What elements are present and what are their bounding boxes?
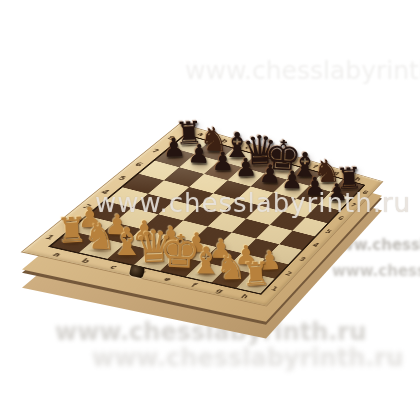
file-label-f: f: [190, 282, 199, 288]
watermark-text-faint-bottom: www.chesslabyrinth.ru: [92, 344, 403, 372]
rank-label-8-left: 8: [166, 135, 177, 141]
rank-label-2-right: 2: [284, 271, 294, 277]
file-label-a-far: a: [196, 131, 206, 137]
file-label-b-far: b: [220, 138, 230, 144]
file-label-d-far: d: [266, 151, 276, 157]
rank-label-3-left: 3: [81, 203, 93, 210]
rank-label-1-right: 1: [270, 285, 280, 291]
file-label-e: e: [162, 276, 173, 283]
watermark-text-faint-top: www.chesslabyrinth.ru: [185, 56, 420, 85]
rank-label-5-left: 5: [116, 175, 128, 181]
rank-label-3-right: 3: [298, 256, 308, 262]
rank-label-4-right: 4: [311, 242, 320, 248]
watermark-text: www.chesslabyrinth.ru: [95, 188, 411, 218]
file-label-g: g: [214, 287, 225, 294]
file-label-b: b: [80, 257, 93, 264]
product-photo-stage: www.chesslabyrinth.ru www.chesslabyrinth…: [0, 0, 420, 420]
file-label-c-far: c: [244, 145, 253, 151]
file-label-e-far: e: [289, 157, 298, 163]
rank-label-5-right: 5: [324, 228, 333, 234]
rank-label-6-left: 6: [133, 161, 144, 167]
file-label-f-far: f: [312, 164, 319, 169]
rank-label-7-left: 7: [150, 148, 161, 154]
file-label-g-far: g: [332, 170, 341, 176]
file-label-c: c: [108, 264, 119, 271]
file-label-h-far: h: [354, 176, 363, 182]
file-label-a: a: [51, 251, 64, 258]
file-label-h: h: [240, 293, 251, 300]
watermark-text-faint-right: www.chesslabyrinth.ru: [332, 262, 420, 280]
